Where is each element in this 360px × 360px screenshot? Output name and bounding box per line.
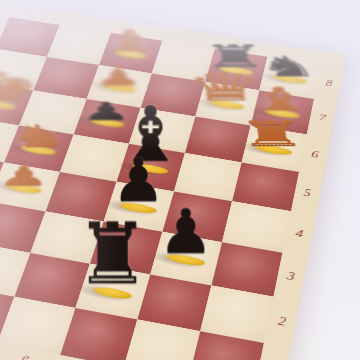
black-pawn-glyph: ♟ <box>158 204 213 261</box>
photo-chess-scene: ♝♜♞♟♛♝♚♟♜♞♝♟♟♟♜ abcdefgh 12345678 <box>0 0 360 360</box>
black-rook-glyph: ♜ <box>75 216 151 294</box>
chess-board: ♝♜♞♟♛♝♚♟♜♞♝♟♟♟♜ abcdefgh 12345678 <box>0 0 346 360</box>
white-bishop-glyph: ♝ <box>98 27 162 54</box>
rank-label-4: 4 <box>283 211 316 257</box>
black-pawn-glyph: ♟ <box>112 154 165 209</box>
